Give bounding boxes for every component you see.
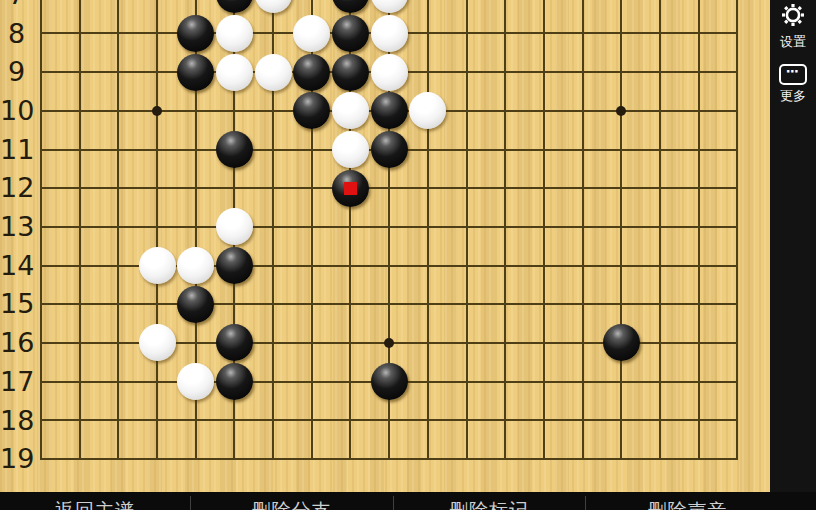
board-intersection[interactable] — [215, 440, 254, 479]
grid-line-v — [543, 285, 545, 324]
board-intersection[interactable] — [525, 285, 564, 324]
board-intersection[interactable] — [138, 208, 177, 247]
board-intersection[interactable] — [138, 14, 177, 53]
board-intersection[interactable] — [138, 324, 177, 363]
board-intersection[interactable] — [486, 130, 525, 169]
board-intersection[interactable] — [602, 130, 641, 169]
board-intersection[interactable] — [99, 169, 138, 208]
board-intersection[interactable] — [176, 169, 215, 208]
board-intersection[interactable] — [718, 130, 757, 169]
board-intersection[interactable] — [215, 92, 254, 131]
board-intersection[interactable] — [292, 362, 331, 401]
grid-line-v — [40, 246, 42, 285]
board-intersection[interactable] — [525, 362, 564, 401]
grid-line-v — [543, 324, 545, 363]
board-intersection[interactable] — [409, 130, 448, 169]
board-intersection[interactable] — [60, 14, 99, 53]
board-intersection[interactable] — [679, 92, 718, 131]
board-intersection[interactable] — [292, 0, 331, 14]
board-intersection[interactable] — [447, 285, 486, 324]
grid-line-v — [311, 169, 313, 208]
board-intersection[interactable] — [563, 53, 602, 92]
board-intersection[interactable] — [718, 440, 757, 479]
board-intersection[interactable] — [331, 169, 370, 208]
board-intersection[interactable] — [292, 401, 331, 440]
board-intersection[interactable] — [60, 92, 99, 131]
board-intersection[interactable] — [138, 130, 177, 169]
grid-line-v — [698, 0, 700, 14]
board-intersection[interactable] — [215, 401, 254, 440]
board-intersection[interactable] — [641, 362, 680, 401]
board-intersection[interactable] — [525, 401, 564, 440]
board-intersection[interactable] — [679, 324, 718, 363]
board-intersection[interactable] — [447, 169, 486, 208]
grid-line-v — [466, 285, 468, 324]
board-intersection[interactable] — [447, 130, 486, 169]
grid-line-h — [718, 110, 738, 112]
board-intersection[interactable] — [679, 53, 718, 92]
grid-line-v — [543, 169, 545, 208]
board-intersection[interactable] — [641, 324, 680, 363]
board-intersection[interactable] — [602, 362, 641, 401]
settings-button[interactable]: 设置 — [770, 0, 816, 51]
grid-line-v — [736, 0, 738, 14]
star-point — [152, 106, 162, 116]
board-intersection[interactable] — [525, 169, 564, 208]
white-stone — [177, 247, 214, 284]
grid-line-v — [349, 362, 351, 401]
board-intersection[interactable] — [447, 440, 486, 479]
board-intersection[interactable] — [409, 169, 448, 208]
board-intersection[interactable] — [99, 208, 138, 247]
board-intersection[interactable] — [99, 0, 138, 14]
board-intersection[interactable] — [138, 440, 177, 479]
board-intersection[interactable] — [138, 362, 177, 401]
grid-line-v — [659, 92, 661, 131]
grid-line-v — [582, 14, 584, 53]
board-intersection[interactable] — [563, 362, 602, 401]
board-intersection[interactable] — [254, 324, 293, 363]
board-intersection[interactable] — [60, 440, 99, 479]
grid-line-v — [156, 401, 158, 440]
board-intersection[interactable] — [679, 246, 718, 285]
board-intersection[interactable] — [679, 440, 718, 479]
right-sidebar: 设置 ⋯ 更多 — [770, 0, 816, 510]
board-intersection[interactable] — [138, 169, 177, 208]
board-intersection[interactable] — [254, 440, 293, 479]
board-intersection[interactable] — [409, 53, 448, 92]
board-intersection[interactable] — [447, 401, 486, 440]
board-intersection[interactable] — [718, 246, 757, 285]
board-intersection[interactable] — [525, 0, 564, 14]
board-intersection[interactable] — [215, 285, 254, 324]
board-intersection[interactable] — [60, 130, 99, 169]
board-intersection[interactable] — [99, 130, 138, 169]
board-intersection[interactable] — [525, 208, 564, 247]
board-intersection[interactable] — [679, 208, 718, 247]
grid-line-v — [40, 130, 42, 169]
board-intersection[interactable] — [525, 92, 564, 131]
delete-marks-button[interactable]: 删除标记 — [393, 492, 585, 510]
grid-line-v — [272, 362, 274, 401]
board-intersection[interactable] — [60, 0, 99, 14]
board-intersection[interactable] — [525, 53, 564, 92]
board-intersection[interactable] — [602, 440, 641, 479]
board-intersection[interactable] — [718, 401, 757, 440]
board-intersection[interactable] — [447, 208, 486, 247]
grid-line-v — [156, 130, 158, 169]
grid-line-v — [427, 130, 429, 169]
board-intersection[interactable] — [486, 169, 525, 208]
board-intersection[interactable] — [254, 53, 293, 92]
board-intersection[interactable] — [718, 169, 757, 208]
board-intersection[interactable] — [602, 53, 641, 92]
board-intersection[interactable] — [447, 14, 486, 53]
board-intersection[interactable] — [292, 440, 331, 479]
board-intersection[interactable] — [409, 0, 448, 14]
grid-line-v — [698, 285, 700, 324]
grid-line-v — [272, 440, 274, 460]
black-stone — [177, 15, 214, 52]
board-intersection[interactable] — [409, 401, 448, 440]
board-intersection[interactable] — [370, 208, 409, 247]
board-intersection[interactable] — [99, 440, 138, 479]
board-intersection[interactable] — [60, 246, 99, 285]
board-intersection[interactable] — [602, 285, 641, 324]
grid-line-v — [427, 440, 429, 460]
board-intersection[interactable] — [292, 53, 331, 92]
board-intersection[interactable] — [525, 440, 564, 479]
board-intersection[interactable] — [525, 130, 564, 169]
board-intersection[interactable] — [641, 130, 680, 169]
board-intersection[interactable] — [602, 0, 641, 14]
board-intersection[interactable] — [370, 285, 409, 324]
grid-line-v — [466, 0, 468, 14]
board-intersection[interactable] — [602, 246, 641, 285]
board-intersection[interactable] — [718, 362, 757, 401]
board-intersection[interactable] — [60, 285, 99, 324]
grid-line-v — [504, 324, 506, 363]
grid-line-v — [698, 92, 700, 131]
board-intersection[interactable] — [138, 53, 177, 92]
board-intersection[interactable] — [641, 14, 680, 53]
grid-line-v — [620, 285, 622, 324]
board-intersection[interactable] — [176, 53, 215, 92]
board-intersection[interactable] — [641, 208, 680, 247]
board-intersection[interactable] — [215, 130, 254, 169]
board-intersection[interactable] — [718, 92, 757, 131]
board-intersection[interactable] — [563, 285, 602, 324]
black-stone — [216, 324, 253, 361]
board-intersection[interactable] — [60, 324, 99, 363]
grid-line-v — [117, 130, 119, 169]
grid-line-v — [736, 285, 738, 324]
board-intersection[interactable] — [679, 285, 718, 324]
grid-line-h — [40, 458, 60, 460]
board-intersection[interactable] — [176, 130, 215, 169]
board-intersection[interactable] — [138, 246, 177, 285]
board-intersection[interactable] — [641, 53, 680, 92]
board-intersection[interactable] — [331, 92, 370, 131]
board-intersection[interactable] — [486, 0, 525, 14]
grid-line-v — [659, 401, 661, 440]
board-intersection[interactable] — [99, 53, 138, 92]
grid-line-v — [582, 324, 584, 363]
grid-line-v — [427, 0, 429, 14]
board-intersection[interactable] — [718, 53, 757, 92]
board-intersection[interactable] — [60, 208, 99, 247]
board-intersection[interactable] — [486, 208, 525, 247]
board-intersection[interactable] — [563, 0, 602, 14]
board-intersection[interactable] — [292, 130, 331, 169]
grid-line-v — [582, 208, 584, 247]
board-intersection[interactable] — [409, 362, 448, 401]
board-intersection[interactable] — [176, 92, 215, 131]
board-intersection[interactable] — [176, 208, 215, 247]
board-intersection[interactable] — [409, 246, 448, 285]
board-intersection[interactable] — [409, 285, 448, 324]
board-intersection[interactable] — [331, 0, 370, 14]
board-intersection[interactable] — [641, 92, 680, 131]
grid-line-v — [504, 440, 506, 460]
board-intersection[interactable] — [641, 285, 680, 324]
board-intersection[interactable] — [99, 324, 138, 363]
board-intersection[interactable] — [602, 92, 641, 131]
board-intersection[interactable] — [176, 246, 215, 285]
board-intersection[interactable] — [60, 53, 99, 92]
board-intersection[interactable] — [486, 324, 525, 363]
grid-line-v — [543, 401, 545, 440]
board-intersection[interactable] — [409, 324, 448, 363]
board-intersection[interactable] — [176, 0, 215, 14]
grid-line-v — [79, 440, 81, 460]
board-intersection[interactable] — [331, 246, 370, 285]
board-intersection[interactable] — [292, 324, 331, 363]
grid-line-v — [582, 362, 584, 401]
board-intersection[interactable] — [447, 246, 486, 285]
board-intersection[interactable] — [447, 362, 486, 401]
board-intersection[interactable] — [138, 401, 177, 440]
board-intersection[interactable] — [331, 14, 370, 53]
board-intersection[interactable] — [60, 362, 99, 401]
board-intersection[interactable] — [331, 285, 370, 324]
board-intersection[interactable] — [370, 324, 409, 363]
board-intersection[interactable] — [60, 169, 99, 208]
board-intersection[interactable] — [602, 324, 641, 363]
board-intersection[interactable] — [563, 324, 602, 363]
board-intersection[interactable] — [99, 401, 138, 440]
board-intersection[interactable] — [60, 401, 99, 440]
grid-line-v — [620, 401, 622, 440]
board-intersection[interactable] — [254, 169, 293, 208]
grid-line-v — [272, 130, 274, 169]
board-intersection[interactable] — [370, 401, 409, 440]
board-intersection[interactable] — [602, 169, 641, 208]
board-intersection[interactable] — [370, 169, 409, 208]
white-stone — [216, 15, 253, 52]
grid-line-v — [504, 130, 506, 169]
board-intersection[interactable] — [99, 14, 138, 53]
board-intersection[interactable] — [409, 92, 448, 131]
board-intersection[interactable] — [602, 14, 641, 53]
board-intersection[interactable] — [641, 169, 680, 208]
grid-line-v — [427, 401, 429, 440]
board-intersection[interactable] — [99, 92, 138, 131]
board-intersection[interactable] — [215, 14, 254, 53]
board-intersection[interactable] — [370, 362, 409, 401]
board-intersection[interactable] — [99, 362, 138, 401]
board-intersection[interactable] — [563, 92, 602, 131]
grid-line-v — [466, 401, 468, 440]
board-intersection[interactable] — [718, 14, 757, 53]
board-intersection[interactable] — [602, 401, 641, 440]
board-intersection[interactable] — [331, 324, 370, 363]
grid-line-v — [40, 169, 42, 208]
board-intersection[interactable] — [370, 130, 409, 169]
board-intersection[interactable] — [370, 246, 409, 285]
board-intersection[interactable] — [563, 246, 602, 285]
board-intersection[interactable] — [292, 246, 331, 285]
board-intersection[interactable] — [331, 130, 370, 169]
board-intersection[interactable] — [641, 401, 680, 440]
board-intersection[interactable] — [563, 208, 602, 247]
board-intersection[interactable] — [679, 130, 718, 169]
board-intersection[interactable] — [331, 53, 370, 92]
board-intersection[interactable] — [254, 362, 293, 401]
board-intersection[interactable] — [486, 285, 525, 324]
board-intersection[interactable] — [525, 246, 564, 285]
board-intersection[interactable] — [641, 246, 680, 285]
delete-audio-button[interactable]: 删除声音 — [585, 492, 790, 510]
board-intersection[interactable] — [331, 208, 370, 247]
board-intersection[interactable] — [331, 401, 370, 440]
board-intersection[interactable] — [215, 208, 254, 247]
board-intersection[interactable] — [292, 92, 331, 131]
board-intersection[interactable] — [370, 0, 409, 14]
board-intersection[interactable] — [563, 440, 602, 479]
board-intersection[interactable] — [254, 285, 293, 324]
board-intersection[interactable] — [176, 362, 215, 401]
board-intersection[interactable] — [215, 362, 254, 401]
board-intersection[interactable] — [254, 246, 293, 285]
board-intersection[interactable] — [525, 14, 564, 53]
board-intersection[interactable] — [563, 14, 602, 53]
board-intersection[interactable] — [370, 440, 409, 479]
board-intersection[interactable] — [215, 169, 254, 208]
board-intersection[interactable] — [641, 0, 680, 14]
row-label: 13 — [0, 211, 33, 243]
board-intersection[interactable] — [679, 169, 718, 208]
go-board: 78910111213141516171819 — [0, 0, 770, 492]
board-intersection[interactable] — [370, 53, 409, 92]
board-intersection[interactable] — [138, 0, 177, 14]
board-intersection[interactable] — [138, 92, 177, 131]
delete-branch-button[interactable]: 删除分支 — [190, 492, 393, 510]
board-intersection[interactable] — [215, 246, 254, 285]
board-intersection[interactable] — [176, 324, 215, 363]
board-intersection[interactable] — [718, 324, 757, 363]
board-intersection[interactable] — [486, 92, 525, 131]
more-button[interactable]: ⋯ 更多 — [770, 51, 816, 105]
board-intersection[interactable] — [679, 0, 718, 14]
board-intersection[interactable] — [679, 14, 718, 53]
board-intersection[interactable] — [525, 324, 564, 363]
board-intersection[interactable] — [215, 324, 254, 363]
board-intersection[interactable] — [563, 130, 602, 169]
grid-line-v — [698, 362, 700, 401]
board-intersection[interactable] — [486, 53, 525, 92]
board-intersection[interactable] — [447, 324, 486, 363]
board-intersection[interactable] — [292, 169, 331, 208]
board-intersection[interactable] — [215, 53, 254, 92]
board-intersection[interactable] — [331, 440, 370, 479]
board-intersection[interactable] — [563, 401, 602, 440]
board-intersection[interactable] — [254, 14, 293, 53]
board-intersection[interactable] — [99, 285, 138, 324]
grid-line-v — [311, 440, 313, 460]
board-intersection[interactable] — [409, 440, 448, 479]
board-intersection[interactable] — [718, 0, 757, 14]
board-intersection[interactable] — [679, 401, 718, 440]
board-intersection[interactable] — [447, 92, 486, 131]
grid-line-v — [349, 401, 351, 440]
board-intersection[interactable] — [292, 208, 331, 247]
grid-line-v — [698, 246, 700, 285]
board-intersection[interactable] — [486, 246, 525, 285]
board-intersection[interactable] — [486, 14, 525, 53]
board-intersection[interactable] — [254, 401, 293, 440]
board-intersection[interactable] — [292, 285, 331, 324]
board-intersection[interactable] — [486, 362, 525, 401]
board-intersection[interactable] — [254, 0, 293, 14]
board-intersection[interactable] — [99, 246, 138, 285]
grid-line-v — [195, 208, 197, 247]
board-intersection[interactable] — [254, 92, 293, 131]
board-intersection[interactable] — [563, 169, 602, 208]
board-intersection[interactable] — [486, 440, 525, 479]
board-intersection[interactable] — [331, 362, 370, 401]
white-stone — [371, 54, 408, 91]
board-intersection[interactable] — [176, 14, 215, 53]
board-intersection[interactable] — [718, 208, 757, 247]
back-to-main-line-button[interactable]: 返回主谱 — [0, 492, 190, 510]
board-intersection[interactable] — [254, 130, 293, 169]
board-intersection[interactable] — [254, 208, 293, 247]
board-intersection[interactable] — [718, 285, 757, 324]
board-intersection[interactable] — [602, 208, 641, 247]
board-intersection[interactable] — [176, 401, 215, 440]
board-intersection[interactable] — [370, 14, 409, 53]
grid-line-v — [117, 401, 119, 440]
grid-line-v — [698, 53, 700, 92]
board-intersection[interactable] — [138, 285, 177, 324]
board-intersection[interactable] — [486, 401, 525, 440]
board-intersection[interactable] — [447, 0, 486, 14]
board-intersection[interactable] — [215, 0, 254, 14]
settings-label: 设置 — [780, 33, 806, 51]
board-intersection[interactable] — [370, 92, 409, 131]
white-stone — [216, 54, 253, 91]
board-intersection[interactable] — [409, 208, 448, 247]
board-intersection[interactable] — [292, 14, 331, 53]
board-intersection[interactable] — [679, 362, 718, 401]
board-intersection[interactable] — [176, 440, 215, 479]
board-intersection[interactable] — [641, 440, 680, 479]
grid-line-v — [79, 362, 81, 401]
board-intersection[interactable] — [447, 53, 486, 92]
board-intersection[interactable] — [409, 14, 448, 53]
board-intersection[interactable] — [176, 285, 215, 324]
